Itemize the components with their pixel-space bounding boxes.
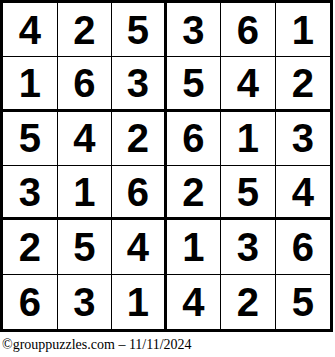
cell-r1c5: 6 [221, 3, 276, 57]
cell-r4c6: 4 [276, 166, 331, 220]
cell-r2c3: 3 [112, 57, 167, 111]
cell-r2c6: 2 [276, 57, 331, 111]
cell-r6c4: 4 [167, 275, 222, 329]
cell-r5c5: 3 [221, 220, 276, 274]
cell-r5c3: 4 [112, 220, 167, 274]
sudoku-board: 4 2 5 3 6 1 1 6 3 5 4 2 5 4 2 6 1 3 3 1 … [0, 0, 333, 332]
cell-r1c2: 2 [58, 3, 113, 57]
cell-r6c2: 3 [58, 275, 113, 329]
cell-r5c2: 5 [58, 220, 113, 274]
cell-r4c5: 5 [221, 166, 276, 220]
cell-r3c1: 5 [3, 112, 58, 166]
cell-r4c2: 1 [58, 166, 113, 220]
cell-r4c3: 6 [112, 166, 167, 220]
cell-r6c3: 1 [112, 275, 167, 329]
cell-r2c1: 1 [3, 57, 58, 111]
cell-r3c2: 4 [58, 112, 113, 166]
cell-r5c6: 6 [276, 220, 331, 274]
cell-r2c4: 5 [167, 57, 222, 111]
cell-r4c4: 2 [167, 166, 222, 220]
cell-r6c5: 2 [221, 275, 276, 329]
cell-r2c2: 6 [58, 57, 113, 111]
cell-r3c3: 2 [112, 112, 167, 166]
cell-r6c1: 6 [3, 275, 58, 329]
cell-r5c4: 1 [167, 220, 222, 274]
cell-r4c1: 3 [3, 166, 58, 220]
cell-r6c6: 5 [276, 275, 331, 329]
copyright-text: ©grouppuzzles.com – 11/11/2024 [2, 336, 192, 353]
cell-r1c6: 1 [276, 3, 331, 57]
cell-r3c5: 1 [221, 112, 276, 166]
cell-r3c4: 6 [167, 112, 222, 166]
cell-r3c6: 3 [276, 112, 331, 166]
cell-r1c3: 5 [112, 3, 167, 57]
cell-r1c4: 3 [167, 3, 222, 57]
cell-r2c5: 4 [221, 57, 276, 111]
cell-r5c1: 2 [3, 220, 58, 274]
cell-r1c1: 4 [3, 3, 58, 57]
